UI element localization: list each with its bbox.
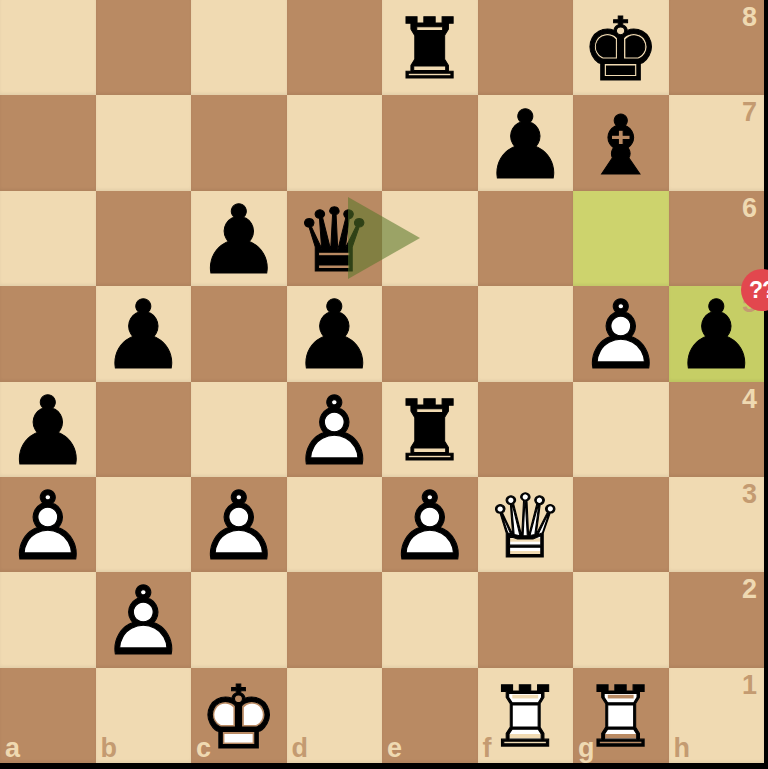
rank-label-2: 2 <box>742 576 757 603</box>
black-pawn[interactable]: ♟ <box>191 191 287 286</box>
white-pawn[interactable]: ♟♙ <box>287 382 383 477</box>
square-e3[interactable]: ♟♙ <box>382 477 478 572</box>
black-rook[interactable]: ♜ <box>382 382 478 477</box>
square-h3[interactable]: 3 <box>669 477 765 572</box>
black-pawn[interactable]: ♟ <box>287 286 383 381</box>
square-g8[interactable]: ♚ <box>573 0 669 95</box>
square-e1[interactable]: e <box>382 668 478 763</box>
square-h8[interactable]: 8 <box>669 0 765 95</box>
move-quality-badge-text: ?? <box>749 277 768 304</box>
white-queen[interactable]: ♛♕ <box>478 477 574 572</box>
square-a1[interactable]: a <box>0 668 96 763</box>
square-a6[interactable] <box>0 191 96 286</box>
square-a8[interactable] <box>0 0 96 95</box>
square-h2[interactable]: 2 <box>669 572 765 667</box>
square-a2[interactable] <box>0 572 96 667</box>
rank-label-8: 8 <box>742 4 757 31</box>
square-c4[interactable] <box>191 382 287 477</box>
square-f3[interactable]: ♛♕ <box>478 477 574 572</box>
rank-label-6: 6 <box>742 195 757 222</box>
square-f2[interactable] <box>478 572 574 667</box>
square-g3[interactable] <box>573 477 669 572</box>
square-c7[interactable] <box>191 95 287 190</box>
square-h4[interactable]: 4 <box>669 382 765 477</box>
chess-board-screen: ♜♚8♟♝7♟♛6♟♟♟♙5♟♟♟♙♜4♟♙♟♙♟♙♛♕3♟♙2abc♚♔def… <box>0 0 768 769</box>
square-b3[interactable] <box>96 477 192 572</box>
square-e4[interactable]: ♜ <box>382 382 478 477</box>
square-c1[interactable]: c♚♔ <box>191 668 287 763</box>
square-d5[interactable]: ♟ <box>287 286 383 381</box>
chess-board: ♜♚8♟♝7♟♛6♟♟♟♙5♟♟♟♙♜4♟♙♟♙♟♙♛♕3♟♙2abc♚♔def… <box>0 0 764 763</box>
rank-label-3: 3 <box>742 481 757 508</box>
white-rook[interactable]: ♜♖ <box>573 668 669 763</box>
square-f5[interactable] <box>478 286 574 381</box>
square-c6[interactable]: ♟ <box>191 191 287 286</box>
file-label-d: d <box>292 735 309 762</box>
square-d6[interactable]: ♛ <box>287 191 383 286</box>
white-rook[interactable]: ♜♖ <box>478 668 574 763</box>
square-f4[interactable] <box>478 382 574 477</box>
square-d3[interactable] <box>287 477 383 572</box>
square-b4[interactable] <box>96 382 192 477</box>
square-h1[interactable]: h1 <box>669 668 765 763</box>
square-f6[interactable] <box>478 191 574 286</box>
white-pawn[interactable]: ♟♙ <box>573 286 669 381</box>
square-f8[interactable] <box>478 0 574 95</box>
black-pawn[interactable]: ♟ <box>96 286 192 381</box>
square-e8[interactable]: ♜ <box>382 0 478 95</box>
square-b2[interactable]: ♟♙ <box>96 572 192 667</box>
square-e2[interactable] <box>382 572 478 667</box>
square-c5[interactable] <box>191 286 287 381</box>
square-d4[interactable]: ♟♙ <box>287 382 383 477</box>
square-a4[interactable]: ♟ <box>0 382 96 477</box>
square-g6[interactable] <box>573 191 669 286</box>
square-f7[interactable]: ♟ <box>478 95 574 190</box>
rank-label-1: 1 <box>742 672 757 699</box>
square-b6[interactable] <box>96 191 192 286</box>
black-king[interactable]: ♚ <box>573 0 669 95</box>
file-label-b: b <box>101 735 118 762</box>
square-b5[interactable]: ♟ <box>96 286 192 381</box>
black-pawn[interactable]: ♟ <box>0 382 96 477</box>
square-e6[interactable] <box>382 191 478 286</box>
file-label-a: a <box>5 735 20 762</box>
square-a3[interactable]: ♟♙ <box>0 477 96 572</box>
square-b1[interactable]: b <box>96 668 192 763</box>
square-d8[interactable] <box>287 0 383 95</box>
square-f1[interactable]: f♜♖ <box>478 668 574 763</box>
square-g2[interactable] <box>573 572 669 667</box>
square-g7[interactable]: ♝ <box>573 95 669 190</box>
square-d1[interactable]: d <box>287 668 383 763</box>
black-rook[interactable]: ♜ <box>382 0 478 95</box>
square-c2[interactable] <box>191 572 287 667</box>
black-queen[interactable]: ♛ <box>287 191 383 286</box>
square-e5[interactable] <box>382 286 478 381</box>
square-a5[interactable] <box>0 286 96 381</box>
square-c3[interactable]: ♟♙ <box>191 477 287 572</box>
white-pawn[interactable]: ♟♙ <box>0 477 96 572</box>
square-b8[interactable] <box>96 0 192 95</box>
file-label-h: h <box>674 735 691 762</box>
square-g1[interactable]: g♜♖ <box>573 668 669 763</box>
black-pawn[interactable]: ♟ <box>478 95 574 190</box>
black-bishop[interactable]: ♝ <box>573 95 669 190</box>
square-d2[interactable] <box>287 572 383 667</box>
square-b7[interactable] <box>96 95 192 190</box>
white-pawn[interactable]: ♟♙ <box>382 477 478 572</box>
white-pawn[interactable]: ♟♙ <box>191 477 287 572</box>
square-a7[interactable] <box>0 95 96 190</box>
white-pawn[interactable]: ♟♙ <box>96 572 192 667</box>
square-d7[interactable] <box>287 95 383 190</box>
square-g5[interactable]: ♟♙ <box>573 286 669 381</box>
square-g4[interactable] <box>573 382 669 477</box>
square-h7[interactable]: 7 <box>669 95 765 190</box>
square-c8[interactable] <box>191 0 287 95</box>
white-king[interactable]: ♚♔ <box>191 668 287 763</box>
square-e7[interactable] <box>382 95 478 190</box>
rank-label-7: 7 <box>742 99 757 126</box>
file-label-e: e <box>387 735 402 762</box>
